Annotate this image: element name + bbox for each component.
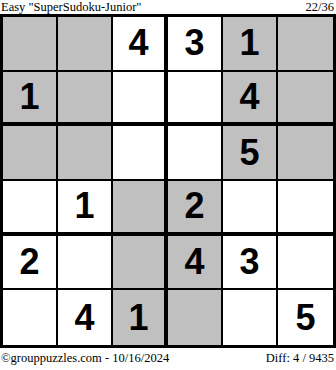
cell-r3c3[interactable] — [113, 126, 168, 181]
cell-r2c4[interactable] — [168, 72, 223, 127]
cell-r6c2[interactable]: 4 — [58, 290, 113, 345]
puzzle-title: Easy "SuperSudoku-Junior" — [1, 1, 141, 13]
cell-r2c1[interactable]: 1 — [3, 72, 58, 127]
cell-r5c2[interactable] — [58, 236, 113, 291]
cell-r2c6[interactable] — [278, 72, 333, 127]
cell-r2c5[interactable]: 4 — [223, 72, 278, 127]
cell-r6c1[interactable] — [3, 290, 58, 345]
cell-r5c4[interactable]: 4 — [168, 236, 223, 291]
cell-r4c5[interactable] — [223, 181, 278, 236]
copyright-text: ©grouppuzzles.com - 10/16/2024 — [1, 352, 169, 365]
cell-r1c2[interactable] — [58, 17, 113, 72]
cell-r5c3[interactable] — [113, 236, 168, 291]
givens-counter: 22/36 — [306, 1, 334, 13]
cell-r2c2[interactable] — [58, 72, 113, 127]
cell-r3c5[interactable]: 5 — [223, 126, 278, 181]
cell-r3c6[interactable] — [278, 126, 333, 181]
cell-r3c1[interactable] — [3, 126, 58, 181]
cell-r1c4[interactable]: 3 — [168, 17, 223, 72]
cell-r2c3[interactable] — [113, 72, 168, 127]
cell-r5c6[interactable] — [278, 236, 333, 291]
cell-r4c3[interactable] — [113, 181, 168, 236]
cell-r3c4[interactable] — [168, 126, 223, 181]
cell-r3c2[interactable] — [58, 126, 113, 181]
cell-r4c1[interactable] — [3, 181, 58, 236]
cell-r1c1[interactable] — [3, 17, 58, 72]
header-bar: Easy "SuperSudoku-Junior" 22/36 — [0, 0, 336, 14]
cell-r1c3[interactable]: 4 — [113, 17, 168, 72]
cell-r6c4[interactable] — [168, 290, 223, 345]
cell-r1c5[interactable]: 1 — [223, 17, 278, 72]
cell-r6c3[interactable]: 1 — [113, 290, 168, 345]
cell-r1c6[interactable] — [278, 17, 333, 72]
cell-r5c5[interactable]: 3 — [223, 236, 278, 291]
cell-r5c1[interactable]: 2 — [3, 236, 58, 291]
difficulty-text: Diff: 4 / 9435 — [266, 352, 334, 365]
cell-r4c4[interactable]: 2 — [168, 181, 223, 236]
footer-bar: ©grouppuzzles.com - 10/16/2024 Diff: 4 /… — [0, 348, 336, 365]
cell-r4c2[interactable]: 1 — [58, 181, 113, 236]
sudoku-grid: 43114512243415 — [0, 14, 336, 348]
cell-r6c5[interactable] — [223, 290, 278, 345]
cell-r4c6[interactable] — [278, 181, 333, 236]
cell-r6c6[interactable]: 5 — [278, 290, 333, 345]
